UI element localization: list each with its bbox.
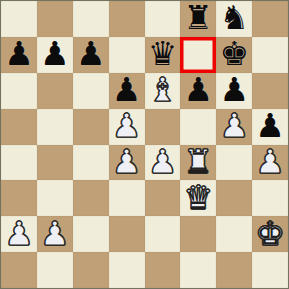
square-f1[interactable]: [180, 252, 216, 288]
square-a7[interactable]: ♟: [1, 37, 37, 73]
white-pawn[interactable]: ♟: [148, 145, 178, 178]
square-b4[interactable]: [37, 145, 73, 181]
square-c6[interactable]: [73, 73, 109, 109]
black-pawn[interactable]: ♟: [4, 37, 34, 70]
square-e3[interactable]: [145, 180, 181, 216]
black-pawn[interactable]: ♟: [219, 73, 249, 106]
square-f3[interactable]: ♛: [180, 180, 216, 216]
black-knight[interactable]: ♞: [219, 1, 249, 34]
square-g1[interactable]: [216, 252, 252, 288]
square-g6[interactable]: ♟: [216, 73, 252, 109]
square-b7[interactable]: ♟: [37, 37, 73, 73]
square-c8[interactable]: [73, 1, 109, 37]
square-e8[interactable]: [145, 1, 181, 37]
square-e4[interactable]: ♟: [145, 145, 181, 181]
square-d8[interactable]: [109, 1, 145, 37]
black-pawn[interactable]: ♟: [76, 37, 106, 70]
square-c7[interactable]: ♟: [73, 37, 109, 73]
white-queen[interactable]: ♛: [184, 181, 214, 214]
square-b2[interactable]: ♟: [37, 216, 73, 252]
square-g3[interactable]: [216, 180, 252, 216]
square-b3[interactable]: [37, 180, 73, 216]
square-a2[interactable]: ♟: [1, 216, 37, 252]
white-pawn[interactable]: ♟: [219, 109, 249, 142]
square-h2[interactable]: ♚: [252, 216, 288, 252]
white-pawn[interactable]: ♟: [112, 145, 142, 178]
black-pawn[interactable]: ♟: [184, 73, 214, 106]
square-g7[interactable]: ♚: [216, 37, 252, 73]
highlighted-square-f7[interactable]: [180, 37, 216, 73]
square-h4[interactable]: ♟: [252, 145, 288, 181]
square-f5[interactable]: [180, 109, 216, 145]
square-b8[interactable]: [37, 1, 73, 37]
white-rook[interactable]: ♜: [184, 145, 214, 178]
white-pawn[interactable]: ♟: [112, 109, 142, 142]
square-d3[interactable]: [109, 180, 145, 216]
square-b1[interactable]: [37, 252, 73, 288]
square-b6[interactable]: [37, 73, 73, 109]
square-e7[interactable]: ♛: [145, 37, 181, 73]
square-h5[interactable]: ♟: [252, 109, 288, 145]
square-f2[interactable]: [180, 216, 216, 252]
square-d5[interactable]: ♟: [109, 109, 145, 145]
square-c1[interactable]: [73, 252, 109, 288]
square-a6[interactable]: [1, 73, 37, 109]
square-a1[interactable]: [1, 252, 37, 288]
square-e2[interactable]: [145, 216, 181, 252]
square-e1[interactable]: [145, 252, 181, 288]
square-a8[interactable]: [1, 1, 37, 37]
square-d2[interactable]: [109, 216, 145, 252]
square-a3[interactable]: [1, 180, 37, 216]
square-g4[interactable]: [216, 145, 252, 181]
white-pawn[interactable]: ♟: [255, 145, 285, 178]
white-pawn[interactable]: ♟: [40, 217, 70, 250]
square-f6[interactable]: ♟: [180, 73, 216, 109]
chess-board: ♜♞♟♟♟♛♚♟♝♟♟♟♟♟♟♟♜♟♛♟♟♚: [0, 0, 289, 289]
black-pawn[interactable]: ♟: [255, 109, 285, 142]
square-h7[interactable]: [252, 37, 288, 73]
square-d1[interactable]: [109, 252, 145, 288]
square-h3[interactable]: [252, 180, 288, 216]
square-b5[interactable]: [37, 109, 73, 145]
square-d6[interactable]: ♟: [109, 73, 145, 109]
square-g5[interactable]: ♟: [216, 109, 252, 145]
square-d4[interactable]: ♟: [109, 145, 145, 181]
white-pawn[interactable]: ♟: [4, 217, 34, 250]
black-king[interactable]: ♚: [219, 37, 249, 70]
square-f8[interactable]: ♜: [180, 1, 216, 37]
square-c5[interactable]: [73, 109, 109, 145]
square-e6[interactable]: ♝: [145, 73, 181, 109]
black-pawn[interactable]: ♟: [40, 37, 70, 70]
square-h8[interactable]: [252, 1, 288, 37]
white-bishop[interactable]: ♝: [148, 73, 178, 106]
square-c3[interactable]: [73, 180, 109, 216]
square-g8[interactable]: ♞: [216, 1, 252, 37]
square-h6[interactable]: [252, 73, 288, 109]
square-f4[interactable]: ♜: [180, 145, 216, 181]
square-c2[interactable]: [73, 216, 109, 252]
black-rook[interactable]: ♜: [184, 1, 214, 34]
square-d7[interactable]: [109, 37, 145, 73]
square-a4[interactable]: [1, 145, 37, 181]
square-e5[interactable]: [145, 109, 181, 145]
white-king[interactable]: ♚: [255, 217, 285, 250]
square-a5[interactable]: [1, 109, 37, 145]
square-h1[interactable]: [252, 252, 288, 288]
black-pawn[interactable]: ♟: [112, 73, 142, 106]
square-g2[interactable]: [216, 216, 252, 252]
square-c4[interactable]: [73, 145, 109, 181]
black-queen[interactable]: ♛: [148, 37, 178, 70]
